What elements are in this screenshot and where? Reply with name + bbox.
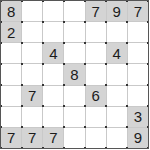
empty-cell[interactable] [64,1,84,21]
empty-cell[interactable] [22,22,42,42]
clue-cell: 7 [128,1,148,21]
empty-cell[interactable] [128,43,148,63]
empty-cell[interactable] [86,64,106,84]
empty-cell[interactable] [107,107,127,127]
puzzle-board: 879724487637779 [0,0,149,149]
empty-cell[interactable] [107,128,127,148]
clue-cell: 9 [107,1,127,21]
empty-cell[interactable] [22,43,42,63]
empty-cell[interactable] [22,1,42,21]
puzzle-grid: 879724487637779 [1,1,148,148]
empty-cell[interactable] [64,43,84,63]
clue-cell: 7 [86,1,106,21]
empty-cell[interactable] [128,22,148,42]
empty-cell[interactable] [86,128,106,148]
empty-cell[interactable] [107,22,127,42]
empty-cell[interactable] [86,22,106,42]
clue-cell: 7 [1,128,21,148]
empty-cell[interactable] [1,107,21,127]
clue-cell: 8 [64,64,84,84]
empty-cell[interactable] [64,22,84,42]
empty-cell[interactable] [43,1,63,21]
empty-cell[interactable] [43,22,63,42]
empty-cell[interactable] [64,86,84,106]
empty-cell[interactable] [1,43,21,63]
empty-cell[interactable] [22,64,42,84]
empty-cell[interactable] [1,64,21,84]
empty-cell[interactable] [128,64,148,84]
clue-cell: 7 [22,128,42,148]
empty-cell[interactable] [107,64,127,84]
empty-cell[interactable] [43,107,63,127]
clue-cell: 6 [86,86,106,106]
empty-cell[interactable] [22,107,42,127]
empty-cell[interactable] [64,107,84,127]
clue-cell: 3 [128,107,148,127]
clue-cell: 4 [107,43,127,63]
clue-cell: 4 [43,43,63,63]
empty-cell[interactable] [86,107,106,127]
empty-cell[interactable] [64,128,84,148]
empty-cell[interactable] [43,86,63,106]
clue-cell: 7 [43,128,63,148]
clue-cell: 8 [1,1,21,21]
empty-cell[interactable] [107,86,127,106]
clue-cell: 2 [1,22,21,42]
empty-cell[interactable] [1,86,21,106]
empty-cell[interactable] [86,43,106,63]
clue-cell: 9 [128,128,148,148]
clue-cell: 7 [22,86,42,106]
empty-cell[interactable] [128,86,148,106]
empty-cell[interactable] [43,64,63,84]
